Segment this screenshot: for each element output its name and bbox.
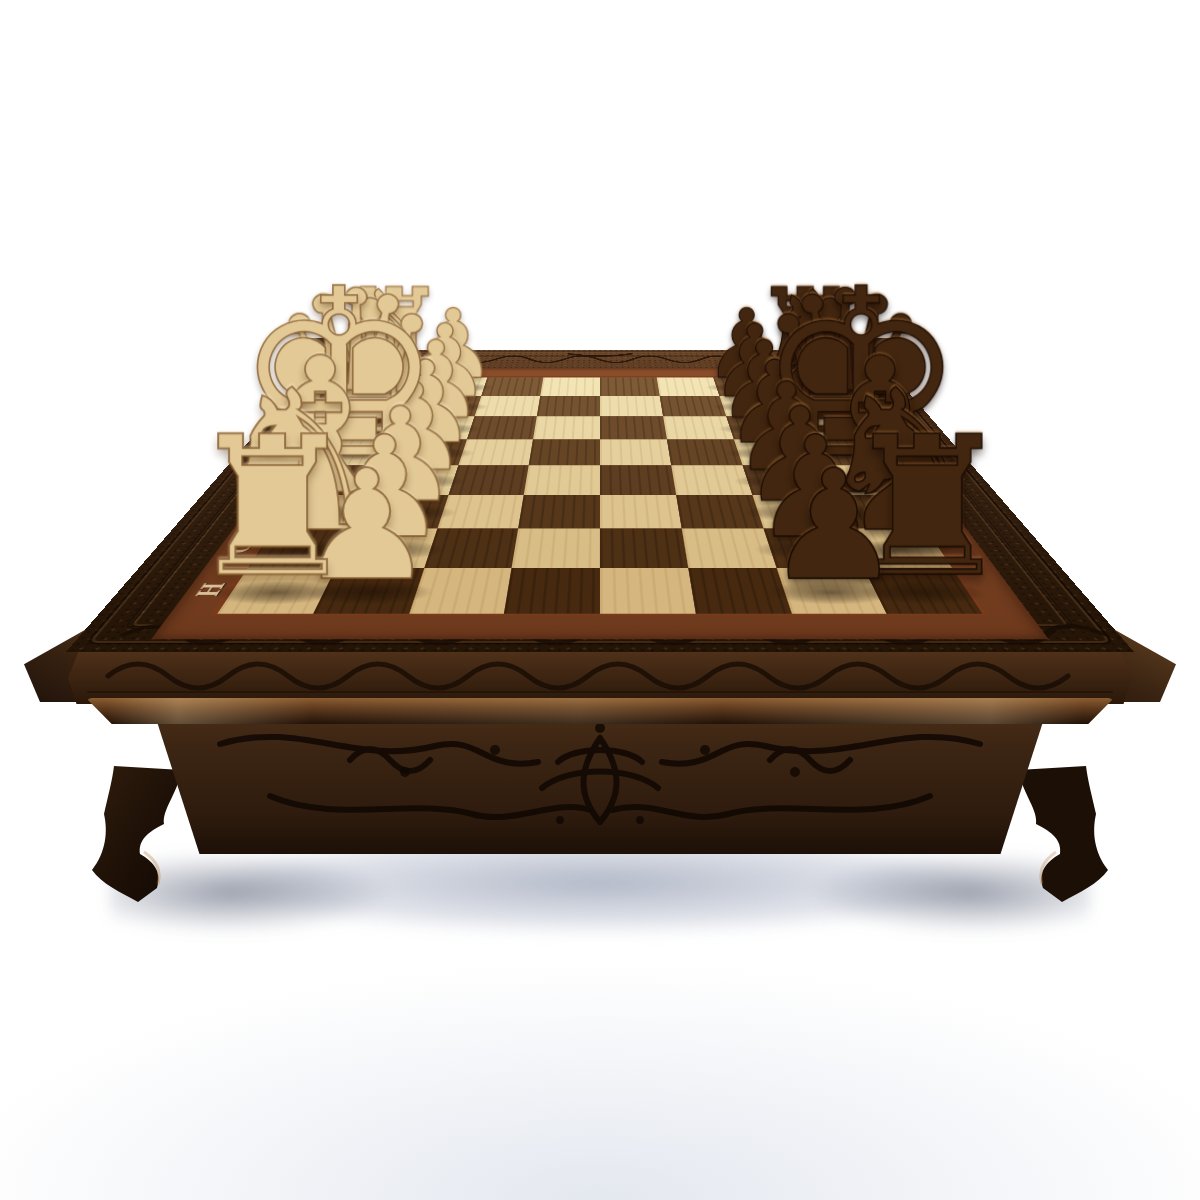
piece-glyph: ♟: [765, 454, 901, 600]
piece-glyph: ♜: [187, 415, 360, 600]
piece-white-r-h1[interactable]: ♜: [96, 407, 449, 600]
chess-set-photo-scene: ABCDEFGH♜♟♟♜♞♟♟♞♝♟♟♝♛♟♟♛♚♟♟♚♝♟♟♝♞♟♟♞♜♟♟♜…: [0, 0, 1200, 1200]
chess-board: ABCDEFGH♜♟♟♜♞♟♟♞♝♟♟♝♛♟♟♛♚♟♟♚♝♟♟♝♞♟♟♞♜♟♟♜: [66, 350, 1134, 652]
piece-black-p-h7[interactable]: ♟: [657, 448, 1010, 600]
board-perspective-wrapper: ABCDEFGH♜♟♟♜♞♟♟♞♝♟♟♝♛♟♟♛♚♟♟♚♝♟♟♝♞♟♟♞♜♟♟♜: [0, 0, 1200, 1200]
